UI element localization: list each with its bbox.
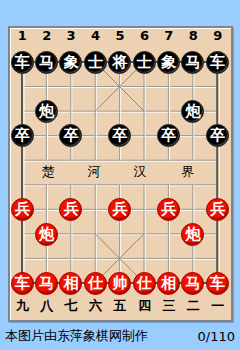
intersection-6-0: 兵	[10, 197, 34, 222]
intersection-5-1	[34, 173, 58, 198]
intersection-6-5	[132, 197, 156, 222]
intersection-9-6: 相	[156, 271, 180, 296]
column-label-top-3: 3	[59, 29, 83, 43]
intersection-3-7	[181, 124, 205, 149]
piece-red-cannon[interactable]: 炮	[35, 223, 58, 246]
piece-black-soldier[interactable]: 卒	[11, 124, 34, 147]
piece-black-elephant[interactable]: 象	[59, 51, 82, 74]
intersection-7-4	[108, 222, 132, 247]
xiangqi-board: 123456789 楚河汉界 车马象士将士象马车炮炮卒卒卒卒卒兵兵兵兵兵炮炮车马…	[8, 26, 233, 322]
intersection-3-0: 卒	[10, 124, 34, 149]
piece-black-horse[interactable]: 马	[35, 51, 58, 74]
intersection-9-8: 车	[205, 271, 229, 296]
intersection-1-6	[156, 75, 180, 100]
intersection-7-5	[132, 222, 156, 247]
intersection-1-5	[132, 75, 156, 100]
intersection-7-6	[156, 222, 180, 247]
piece-red-horse[interactable]: 马	[35, 272, 58, 295]
intersection-0-4: 将	[108, 50, 132, 75]
piece-black-elephant[interactable]: 象	[157, 51, 180, 74]
xiangqi-viewer: { "game": "xiangqi", "position": { "fen"…	[0, 0, 240, 350]
intersection-1-7	[181, 75, 205, 100]
intersection-6-4: 兵	[108, 197, 132, 222]
intersection-8-2	[59, 246, 83, 271]
piece-red-elephant[interactable]: 相	[157, 272, 180, 295]
intersection-2-1: 炮	[34, 99, 58, 124]
intersection-4-8	[205, 148, 229, 173]
piece-red-soldier[interactable]: 兵	[59, 198, 82, 221]
column-label-top-6: 6	[132, 29, 156, 43]
intersection-0-3: 士	[83, 50, 107, 75]
intersection-5-5	[132, 173, 156, 198]
intersection-6-2: 兵	[59, 197, 83, 222]
footer-bar: 本图片由东萍象棋网制作 0/110	[0, 322, 240, 350]
credit-text: 本图片由东萍象棋网制作	[5, 327, 148, 345]
intersection-3-1	[34, 124, 58, 149]
intersection-5-4	[108, 173, 132, 198]
intersection-2-8	[205, 99, 229, 124]
intersection-8-1	[34, 246, 58, 271]
piece-red-general[interactable]: 帅	[108, 272, 131, 295]
intersection-5-3	[83, 173, 107, 198]
column-label-top-7: 7	[157, 29, 181, 43]
intersection-1-4	[108, 75, 132, 100]
intersection-1-2	[59, 75, 83, 100]
intersection-9-3: 仕	[83, 271, 107, 296]
intersection-5-7	[181, 173, 205, 198]
intersection-0-8: 车	[205, 50, 229, 75]
intersection-4-1	[34, 148, 58, 173]
intersection-6-1	[34, 197, 58, 222]
intersection-8-0	[10, 246, 34, 271]
intersection-6-7	[181, 197, 205, 222]
intersection-7-2	[59, 222, 83, 247]
column-label-top-5: 5	[108, 29, 132, 43]
intersection-4-3	[83, 148, 107, 173]
piece-black-advisor[interactable]: 士	[133, 51, 156, 74]
piece-red-chariot[interactable]: 车	[206, 272, 229, 295]
column-labels-bottom: 九八七六五四三二一	[10, 299, 230, 313]
intersection-3-3	[83, 124, 107, 149]
column-label-top-4: 4	[83, 29, 107, 43]
intersection-8-5	[132, 246, 156, 271]
piece-black-cannon[interactable]: 炮	[35, 100, 58, 123]
intersection-7-0	[10, 222, 34, 247]
piece-red-advisor[interactable]: 仕	[133, 272, 156, 295]
intersection-3-6: 卒	[156, 124, 180, 149]
column-label-bottom-2: 八	[34, 299, 58, 313]
intersection-0-6: 象	[156, 50, 180, 75]
piece-black-soldier[interactable]: 卒	[206, 124, 229, 147]
intersection-0-7: 马	[181, 50, 205, 75]
intersection-7-3	[83, 222, 107, 247]
move-counter: 0/110	[198, 329, 235, 344]
piece-black-soldier[interactable]: 卒	[59, 124, 82, 147]
piece-red-soldier[interactable]: 兵	[206, 198, 229, 221]
piece-black-cannon[interactable]: 炮	[181, 100, 204, 123]
intersection-7-7: 炮	[181, 222, 205, 247]
piece-black-soldier[interactable]: 卒	[157, 124, 180, 147]
column-label-top-8: 8	[181, 29, 205, 43]
intersection-6-8: 兵	[205, 197, 229, 222]
intersection-0-2: 象	[59, 50, 83, 75]
intersection-0-0: 车	[10, 50, 34, 75]
piece-red-soldier[interactable]: 兵	[11, 198, 34, 221]
column-label-top-9: 9	[206, 29, 230, 43]
intersection-2-0	[10, 99, 34, 124]
piece-red-cannon[interactable]: 炮	[181, 223, 204, 246]
intersection-5-0	[10, 173, 34, 198]
intersection-5-8	[205, 173, 229, 198]
column-label-bottom-6: 四	[132, 299, 156, 313]
piece-red-advisor[interactable]: 仕	[84, 272, 107, 295]
intersection-4-4	[108, 148, 132, 173]
intersection-1-3	[83, 75, 107, 100]
intersection-5-6	[156, 173, 180, 198]
intersection-2-5	[132, 99, 156, 124]
column-label-bottom-7: 三	[157, 299, 181, 313]
intersection-3-8: 卒	[205, 124, 229, 149]
intersection-5-2	[59, 173, 83, 198]
intersection-0-1: 马	[34, 50, 58, 75]
intersection-4-6	[156, 148, 180, 173]
intersection-1-8	[205, 75, 229, 100]
piece-black-horse[interactable]: 马	[181, 51, 204, 74]
intersection-2-2	[59, 99, 83, 124]
intersection-6-3	[83, 197, 107, 222]
intersection-8-8	[205, 246, 229, 271]
column-label-top-1: 1	[10, 29, 34, 43]
intersection-7-8	[205, 222, 229, 247]
intersection-2-6	[156, 99, 180, 124]
column-label-top-2: 2	[34, 29, 58, 43]
piece-grid: 车马象士将士象马车炮炮卒卒卒卒卒兵兵兵兵兵炮炮车马相仕帅仕相马车	[10, 50, 230, 296]
intersection-2-3	[83, 99, 107, 124]
piece-red-horse[interactable]: 马	[181, 272, 204, 295]
intersection-4-2	[59, 148, 83, 173]
intersection-9-7: 马	[181, 271, 205, 296]
piece-red-soldier[interactable]: 兵	[108, 198, 131, 221]
intersection-4-0	[10, 148, 34, 173]
intersection-0-5: 士	[132, 50, 156, 75]
column-label-bottom-8: 二	[181, 299, 205, 313]
intersection-1-0	[10, 75, 34, 100]
column-labels-top: 123456789	[10, 29, 230, 43]
intersection-8-7	[181, 246, 205, 271]
piece-black-chariot[interactable]: 车	[206, 51, 229, 74]
intersection-4-7	[181, 148, 205, 173]
intersection-3-2: 卒	[59, 124, 83, 149]
intersection-8-3	[83, 246, 107, 271]
piece-black-advisor[interactable]: 士	[84, 51, 107, 74]
intersection-2-4	[108, 99, 132, 124]
piece-red-chariot[interactable]: 车	[11, 272, 34, 295]
column-label-bottom-5: 五	[108, 299, 132, 313]
column-label-bottom-1: 九	[10, 299, 34, 313]
column-label-bottom-3: 七	[59, 299, 83, 313]
intersection-9-4: 帅	[108, 271, 132, 296]
intersection-6-6: 兵	[156, 197, 180, 222]
intersection-1-1	[34, 75, 58, 100]
intersection-3-4: 卒	[108, 124, 132, 149]
piece-red-elephant[interactable]: 相	[59, 272, 82, 295]
piece-black-chariot[interactable]: 车	[11, 51, 34, 74]
intersection-8-6	[156, 246, 180, 271]
intersection-9-1: 马	[34, 271, 58, 296]
piece-black-soldier[interactable]: 卒	[108, 124, 131, 147]
piece-red-soldier[interactable]: 兵	[157, 198, 180, 221]
intersection-4-5	[132, 148, 156, 173]
intersection-9-5: 仕	[132, 271, 156, 296]
column-label-bottom-9: 一	[206, 299, 230, 313]
column-label-bottom-4: 六	[83, 299, 107, 313]
intersection-9-2: 相	[59, 271, 83, 296]
intersection-7-1: 炮	[34, 222, 58, 247]
piece-black-general[interactable]: 将	[108, 51, 131, 74]
intersection-3-5	[132, 124, 156, 149]
intersection-8-4	[108, 246, 132, 271]
intersection-2-7: 炮	[181, 99, 205, 124]
intersection-9-0: 车	[10, 271, 34, 296]
